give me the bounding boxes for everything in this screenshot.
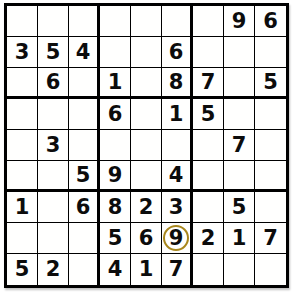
cell-r8c8[interactable]: 1 [224,223,255,254]
cell-r3c8[interactable] [224,68,255,99]
given-digit: 6 [139,228,154,249]
cell-r2c3[interactable]: 4 [69,37,100,68]
cell-r2c2[interactable]: 5 [38,37,69,68]
given-digit: 6 [76,197,91,218]
given-digit: 6 [263,11,278,32]
cell-r8c3[interactable] [69,223,100,254]
given-digit: 1 [15,197,30,218]
cell-r4c5[interactable] [131,99,162,130]
given-digit: 6 [108,104,123,125]
cell-r8c9[interactable]: 7 [255,223,286,254]
cell-r5c9[interactable] [255,130,286,161]
cell-r9c5[interactable]: 1 [131,254,162,285]
cell-r4c2[interactable] [38,99,69,130]
cell-r8c6[interactable]: 9 [162,223,193,254]
given-digit: 3 [169,197,184,218]
cell-r8c7[interactable]: 2 [193,223,224,254]
given-digit: 1 [232,228,247,249]
cell-r1c7[interactable] [193,6,224,37]
cell-r6c6[interactable]: 4 [162,161,193,192]
cell-r9c9[interactable] [255,254,286,285]
cell-r4c4[interactable]: 6 [100,99,131,130]
cell-r9c3[interactable] [69,254,100,285]
cell-r9c4[interactable]: 4 [100,254,131,285]
given-digit: 5 [232,197,247,218]
cell-r9c2[interactable]: 2 [38,254,69,285]
given-digit: 3 [15,42,30,63]
cell-r5c1[interactable] [7,130,38,161]
cell-r6c4[interactable]: 9 [100,161,131,192]
given-digit: 5 [76,165,91,186]
given-digit: 7 [169,259,184,280]
given-digit: 9 [232,11,247,32]
given-digit: 5 [46,42,61,63]
cell-r9c7[interactable] [193,254,224,285]
given-digit: 5 [263,72,278,93]
given-digit: 8 [169,72,184,93]
given-digit: 7 [201,72,216,93]
given-digit: 1 [169,104,184,125]
cell-r8c5[interactable]: 6 [131,223,162,254]
cell-r1c3[interactable] [69,6,100,37]
cell-r3c9[interactable]: 5 [255,68,286,99]
cell-r4c7[interactable]: 5 [193,99,224,130]
given-digit: 5 [201,104,216,125]
cell-r6c3[interactable]: 5 [69,161,100,192]
cell-r5c8[interactable]: 7 [224,130,255,161]
cell-r3c4[interactable]: 1 [100,68,131,99]
cell-r5c6[interactable] [162,130,193,161]
cell-r8c2[interactable] [38,223,69,254]
cell-r3c6[interactable]: 8 [162,68,193,99]
cell-r7c3[interactable]: 6 [69,192,100,223]
cell-r7c9[interactable] [255,192,286,223]
given-digit: 4 [108,259,123,280]
given-digit: 2 [46,259,61,280]
cell-r7c4[interactable]: 8 [100,192,131,223]
cell-r7c2[interactable] [38,192,69,223]
cell-r2c1[interactable]: 3 [7,37,38,68]
cell-r2c6[interactable]: 6 [162,37,193,68]
cell-r7c7[interactable] [193,192,224,223]
cell-r4c3[interactable] [69,99,100,130]
given-digit: 3 [46,135,61,156]
cell-r5c7[interactable] [193,130,224,161]
cell-r1c1[interactable] [7,6,38,37]
cell-r3c7[interactable]: 7 [193,68,224,99]
given-digit: 7 [232,135,247,156]
cell-r7c1[interactable]: 1 [7,192,38,223]
cell-r8c4[interactable]: 5 [100,223,131,254]
sudoku-page: 963546618756153759416823556921752417 [0,0,297,288]
cell-r8c1[interactable] [7,223,38,254]
cell-r5c2[interactable]: 3 [38,130,69,161]
cell-r1c2[interactable] [38,6,69,37]
cell-r6c8[interactable] [224,161,255,192]
cell-r1c5[interactable] [131,6,162,37]
cell-r9c6[interactable]: 7 [162,254,193,285]
cell-r6c5[interactable] [131,161,162,192]
cell-r2c8[interactable] [224,37,255,68]
given-digit: 4 [169,165,184,186]
cell-r9c1[interactable]: 5 [7,254,38,285]
cell-r2c7[interactable] [193,37,224,68]
cell-r3c1[interactable] [7,68,38,99]
cell-r4c1[interactable] [7,99,38,130]
given-digit: 7 [263,228,278,249]
cell-r5c5[interactable] [131,130,162,161]
cell-r5c4[interactable] [100,130,131,161]
given-digit: 2 [139,197,154,218]
circled-digit: 9 [163,225,189,251]
given-digit: 2 [201,228,216,249]
cell-r6c1[interactable] [7,161,38,192]
cell-r1c4[interactable] [100,6,131,37]
cell-r1c8[interactable]: 9 [224,6,255,37]
cell-r7c5[interactable]: 2 [131,192,162,223]
cell-r3c3[interactable] [69,68,100,99]
cell-r5c3[interactable] [69,130,100,161]
cell-r3c5[interactable] [131,68,162,99]
given-digit: 4 [76,42,91,63]
cell-r9c8[interactable] [224,254,255,285]
cell-r4c8[interactable] [224,99,255,130]
cell-r7c6[interactable]: 3 [162,192,193,223]
given-digit: 8 [108,197,123,218]
given-digit: 5 [108,228,123,249]
given-digit: 5 [15,259,30,280]
cell-r6c7[interactable] [193,161,224,192]
cell-r6c9[interactable] [255,161,286,192]
given-digit: 9 [108,165,123,186]
cell-r4c6[interactable]: 1 [162,99,193,130]
cell-r3c2[interactable]: 6 [38,68,69,99]
cell-r1c9[interactable]: 6 [255,6,286,37]
cell-r7c8[interactable]: 5 [224,192,255,223]
cell-r1c6[interactable] [162,6,193,37]
cell-r2c4[interactable] [100,37,131,68]
sudoku-board: 963546618756153759416823556921752417 [4,3,289,288]
given-digit: 6 [46,72,61,93]
cell-r2c9[interactable] [255,37,286,68]
cell-r6c2[interactable] [38,161,69,192]
given-digit: 1 [139,259,154,280]
given-digit: 6 [169,42,184,63]
cell-r2c5[interactable] [131,37,162,68]
cell-r4c9[interactable] [255,99,286,130]
given-digit: 1 [108,72,123,93]
